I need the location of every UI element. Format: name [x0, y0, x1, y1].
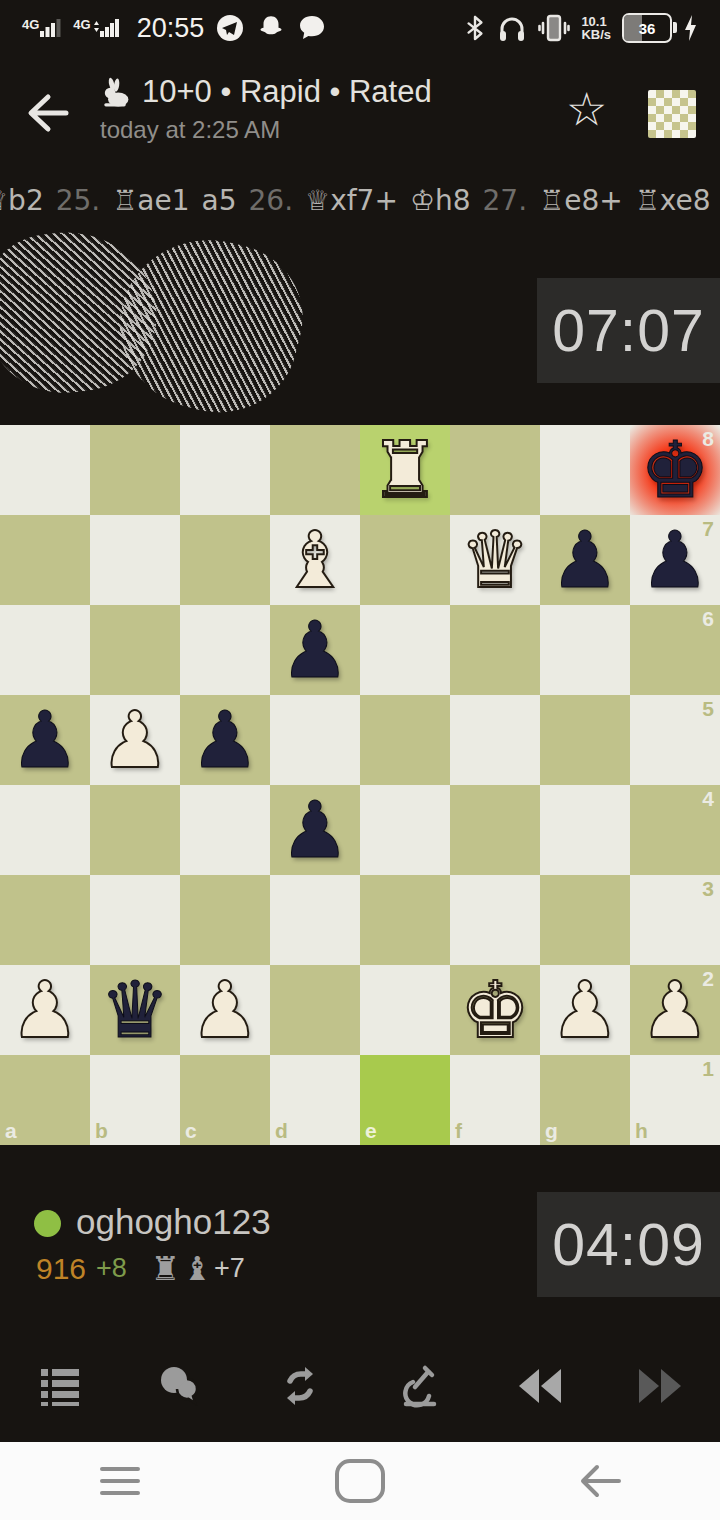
square-c7[interactable] [180, 515, 270, 605]
square-f5[interactable] [450, 695, 540, 785]
square-h3[interactable]: 3 [630, 875, 720, 965]
square-c4[interactable] [180, 785, 270, 875]
square-a8[interactable] [0, 425, 90, 515]
online-status-dot [34, 1210, 61, 1237]
file-label-h: h [635, 1119, 648, 1143]
player-name: oghogho123 [76, 1202, 271, 1242]
piece-white-pawn[interactable]: ♟ [0, 965, 90, 1055]
move-list-button[interactable] [32, 1358, 88, 1414]
vibrate-icon [538, 13, 570, 43]
square-b3[interactable] [90, 875, 180, 965]
headphones-icon [497, 13, 527, 43]
game-title: 10+0 • Rapid • Rated [142, 74, 432, 110]
square-a5[interactable]: ♟ [0, 695, 90, 785]
telegram-icon [215, 13, 245, 43]
square-g4[interactable] [540, 785, 630, 875]
square-d7[interactable]: ♝ [270, 515, 360, 605]
chat-button[interactable] [152, 1358, 208, 1414]
status-bar: 4G 4G 20:55 10.1 KB/s 36 [0, 0, 720, 56]
square-h1[interactable]: h1 [630, 1055, 720, 1145]
square-e6[interactable] [360, 605, 450, 695]
rank-label-4: 4 [702, 787, 714, 811]
file-label-f: f [455, 1119, 462, 1143]
rewind-button[interactable] [512, 1358, 568, 1414]
square-g7[interactable]: ♟ [540, 515, 630, 605]
square-d8[interactable] [270, 425, 360, 515]
square-g6[interactable] [540, 605, 630, 695]
move-number[interactable]: 27. [483, 184, 528, 217]
piece-white-pawn[interactable]: ♟ [90, 695, 180, 785]
square-c5[interactable]: ♟ [180, 695, 270, 785]
square-b2[interactable]: ♛ [90, 965, 180, 1055]
square-f3[interactable] [450, 875, 540, 965]
captured-pieces: ♜♝ [151, 1249, 214, 1288]
square-b4[interactable] [90, 785, 180, 875]
player-details: 916 +8 ♜♝ +7 [36, 1249, 245, 1288]
piece-white-bishop[interactable]: ♝ [270, 515, 360, 605]
square-f4[interactable] [450, 785, 540, 875]
rank-label-1: 1 [702, 1057, 714, 1081]
square-e3[interactable] [360, 875, 450, 965]
snapchat-icon [256, 13, 286, 43]
square-e2[interactable] [360, 965, 450, 1055]
square-b8[interactable] [90, 425, 180, 515]
square-h8[interactable]: ♚8 [630, 425, 720, 515]
piece-black-pawn[interactable]: ♟ [270, 605, 360, 695]
piece-black-queen[interactable]: ♛ [90, 965, 180, 1055]
square-b5[interactable]: ♟ [90, 695, 180, 785]
file-label-e: e [365, 1119, 377, 1143]
battery-indicator: 36 [622, 13, 672, 43]
square-a4[interactable] [0, 785, 90, 875]
move[interactable]: ♖xe8 [635, 184, 711, 217]
square-d5[interactable] [270, 695, 360, 785]
square-h7[interactable]: ♟7 [630, 515, 720, 605]
charging-bolt-icon [683, 14, 698, 42]
move[interactable]: ♕xf7+ [305, 184, 398, 217]
flip-board-button[interactable] [272, 1358, 328, 1414]
move[interactable]: ♕b2 [0, 184, 44, 217]
move[interactable]: ♖e8+ [539, 184, 623, 217]
square-b6[interactable] [90, 605, 180, 695]
analysis-microscope-button[interactable] [392, 1358, 448, 1414]
move-number[interactable]: 26. [249, 184, 294, 217]
square-d1[interactable]: d [270, 1055, 360, 1145]
chess-board[interactable]: ♜♚8♝♛♟♟7♟6♟♟♟5♟43♟♛♟♚♟♟2abcdefgh1 [0, 425, 720, 1145]
square-g3[interactable] [540, 875, 630, 965]
bookmark-star-icon[interactable]: ☆ [566, 76, 607, 142]
rank-label-8: 8 [702, 427, 714, 451]
game-toolbar [0, 1330, 720, 1442]
rank-label-7: 7 [702, 517, 714, 541]
move-list[interactable]: ♕b225.♖ae1a526.♕xf7+♔h827.♖e8+♖xe828.♖xe… [0, 170, 720, 230]
piece-white-pawn[interactable]: ♟ [540, 965, 630, 1055]
signal-strength-icon-1: 4G [22, 19, 62, 37]
piece-black-pawn[interactable]: ♟ [270, 785, 360, 875]
square-f7[interactable]: ♛ [450, 515, 540, 605]
piece-white-queen[interactable]: ♛ [450, 515, 540, 605]
square-d2[interactable] [270, 965, 360, 1055]
recents-button[interactable] [90, 1458, 150, 1504]
game-date: today at 2:25 AM [100, 116, 432, 144]
rank-label-5: 5 [702, 697, 714, 721]
forward-button[interactable] [632, 1358, 688, 1414]
file-label-d: d [275, 1119, 288, 1143]
network-speed: 10.1 KB/s [581, 15, 611, 41]
square-f2[interactable]: ♚ [450, 965, 540, 1055]
board-thumbnail-icon[interactable] [648, 90, 696, 138]
move[interactable]: a5 [202, 184, 237, 217]
player-rating: 916 [36, 1252, 86, 1286]
square-g2[interactable]: ♟ [540, 965, 630, 1055]
square-e1[interactable]: e [360, 1055, 450, 1145]
square-g1[interactable]: g [540, 1055, 630, 1145]
rapid-rabbit-icon [100, 77, 130, 107]
square-a7[interactable] [0, 515, 90, 605]
redacted-opponent-name [102, 221, 318, 429]
square-c8[interactable] [180, 425, 270, 515]
square-h4[interactable]: 4 [630, 785, 720, 875]
opponent-clock: 07:07 [537, 278, 720, 383]
square-a6[interactable] [0, 605, 90, 695]
piece-white-rook[interactable]: ♜ [360, 425, 450, 515]
square-e7[interactable] [360, 515, 450, 605]
square-a2[interactable]: ♟ [0, 965, 90, 1055]
material-advantage: +7 [214, 1253, 245, 1284]
square-c1[interactable]: c [180, 1055, 270, 1145]
rank-label-2: 2 [702, 967, 714, 991]
player-clock: 04:09 [537, 1192, 720, 1297]
square-b7[interactable] [90, 515, 180, 605]
move[interactable]: ♔h8 [410, 184, 471, 217]
network-type-label: 4G [22, 20, 39, 30]
piece-white-king[interactable]: ♚ [450, 965, 540, 1055]
square-b1[interactable]: b [90, 1055, 180, 1145]
battery-percent: 36 [639, 20, 656, 37]
file-label-g: g [545, 1119, 558, 1143]
android-back-button[interactable] [570, 1458, 630, 1504]
square-f6[interactable] [450, 605, 540, 695]
move-number[interactable]: 25. [56, 184, 101, 217]
lichess-game-screen: 4G 4G 20:55 10.1 KB/s 36 [0, 0, 720, 1520]
square-e4[interactable] [360, 785, 450, 875]
app-bar: 10+0 • Rapid • Rated today at 2:25 AM ☆ [0, 56, 720, 170]
signal-strength-icon-2: 4G [73, 19, 119, 37]
network-type-label: 4G [73, 20, 90, 30]
rank-label-6: 6 [702, 607, 714, 631]
rating-change: +8 [96, 1253, 127, 1284]
square-f8[interactable] [450, 425, 540, 515]
square-g5[interactable] [540, 695, 630, 785]
square-g8[interactable] [540, 425, 630, 515]
status-time: 20:55 [137, 13, 205, 44]
file-label-c: c [185, 1119, 197, 1143]
home-button[interactable] [330, 1458, 390, 1504]
square-h5[interactable]: 5 [630, 695, 720, 785]
square-a3[interactable] [0, 875, 90, 965]
square-c6[interactable] [180, 605, 270, 695]
rank-label-3: 3 [702, 877, 714, 901]
square-h2[interactable]: ♟2 [630, 965, 720, 1055]
piece-black-pawn[interactable]: ♟ [180, 695, 270, 785]
android-navbar [0, 1442, 720, 1520]
square-a1[interactable]: a [0, 1055, 90, 1145]
piece-black-pawn[interactable]: ♟ [0, 695, 90, 785]
back-button[interactable] [24, 90, 70, 136]
file-label-b: b [95, 1119, 108, 1143]
file-label-a: a [5, 1119, 17, 1143]
chat-bubble-icon [297, 14, 327, 42]
square-c2[interactable]: ♟ [180, 965, 270, 1055]
square-d6[interactable]: ♟ [270, 605, 360, 695]
piece-white-pawn[interactable]: ♟ [180, 965, 270, 1055]
move[interactable]: ♖ae1 [112, 184, 189, 217]
square-e8[interactable]: ♜ [360, 425, 450, 515]
bluetooth-icon [464, 13, 486, 43]
square-f1[interactable]: f [450, 1055, 540, 1145]
square-e5[interactable] [360, 695, 450, 785]
piece-black-pawn[interactable]: ♟ [540, 515, 630, 605]
square-d4[interactable]: ♟ [270, 785, 360, 875]
square-h6[interactable]: 6 [630, 605, 720, 695]
square-c3[interactable] [180, 875, 270, 965]
square-d3[interactable] [270, 875, 360, 965]
